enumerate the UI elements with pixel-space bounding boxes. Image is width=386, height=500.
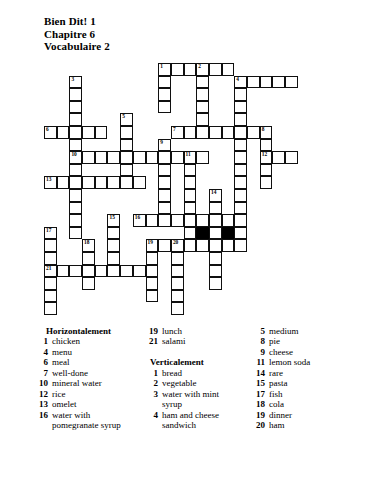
- clue-line: 5medium: [251, 326, 310, 336]
- answer-cell-5-4[interactable]: [95, 126, 108, 139]
- answer-cell-13-13[interactable]: [209, 227, 222, 240]
- answer-cell-9-5[interactable]: [107, 176, 120, 189]
- void-cell: [247, 63, 260, 76]
- clue-number-17: 17: [46, 227, 51, 234]
- answer-cell-14-9[interactable]: [158, 239, 171, 252]
- answer-cell-14-12[interactable]: [196, 239, 209, 252]
- answer-cell-4-2[interactable]: [69, 113, 82, 126]
- answer-cell-6-6[interactable]: [120, 139, 133, 152]
- answer-cell-13-15[interactable]: [234, 227, 247, 240]
- clue-text: fish: [265, 389, 283, 399]
- void-cell: [234, 63, 247, 76]
- answer-cell-9-9[interactable]: [158, 176, 171, 189]
- void-cell: [196, 202, 209, 215]
- answer-cell-6-2[interactable]: [69, 139, 82, 152]
- answer-cell-14-10[interactable]: 20: [171, 239, 184, 252]
- clue-line: 10mineral water: [34, 378, 121, 388]
- void-cell: [260, 214, 273, 227]
- answer-cell-12-11[interactable]: [184, 214, 197, 227]
- answer-cell-2-15[interactable]: [234, 88, 247, 101]
- void-cell: [44, 76, 57, 89]
- void-cell: [209, 88, 222, 101]
- void-cell: [184, 265, 197, 278]
- answer-cell-4-15[interactable]: [234, 113, 247, 126]
- void-cell: [184, 290, 197, 303]
- void-cell: [44, 202, 57, 215]
- void-cell: [146, 189, 159, 202]
- answer-cell-11-9[interactable]: [158, 202, 171, 215]
- clue-text: dinner: [265, 410, 292, 420]
- clue-number-2: 2: [198, 63, 201, 70]
- answer-cell-9-17[interactable]: [260, 176, 273, 189]
- void-cell: [272, 252, 285, 265]
- answer-cell-18-0[interactable]: [44, 290, 57, 303]
- answer-cell-12-14[interactable]: [222, 214, 235, 227]
- void-cell: [133, 164, 146, 177]
- void-cell: [285, 302, 298, 315]
- void-cell: [272, 189, 285, 202]
- void-cell: [107, 189, 120, 202]
- void-cell: [44, 101, 57, 114]
- clue-number-label: 1: [34, 336, 48, 346]
- void-cell: [44, 113, 57, 126]
- void-cell: [82, 88, 95, 101]
- answer-cell-15-0[interactable]: [44, 252, 57, 265]
- answer-cell-6-17[interactable]: [260, 139, 273, 152]
- answer-cell-0-12[interactable]: 2: [196, 63, 209, 76]
- void-cell: [247, 302, 260, 315]
- clue-number-9: 9: [160, 139, 163, 146]
- clue-number-14: 14: [211, 189, 216, 196]
- clue-line: sandwich: [144, 420, 219, 430]
- answer-cell-7-3[interactable]: [82, 151, 95, 164]
- answer-cell-2-9[interactable]: [158, 88, 171, 101]
- answer-cell-0-13[interactable]: [209, 63, 222, 76]
- answer-cell-14-15[interactable]: [234, 239, 247, 252]
- void-cell: [222, 265, 235, 278]
- answer-cell-2-12[interactable]: [196, 88, 209, 101]
- void-cell: [82, 302, 95, 315]
- clue-text: rare: [265, 368, 283, 378]
- answer-cell-9-1[interactable]: [57, 176, 70, 189]
- void-cell: [95, 76, 108, 89]
- void-cell: [209, 164, 222, 177]
- clue-number-4: 4: [236, 76, 239, 83]
- answer-cell-16-0[interactable]: 21: [44, 265, 57, 278]
- answer-cell-14-11[interactable]: [184, 239, 197, 252]
- void-cell: [272, 126, 285, 139]
- void-cell: [120, 63, 133, 76]
- clue-line: 8pie: [251, 336, 310, 346]
- answer-cell-5-14[interactable]: [222, 126, 235, 139]
- void-cell: [247, 202, 260, 215]
- void-cell: [209, 151, 222, 164]
- answer-cell-7-18[interactable]: [272, 151, 285, 164]
- answer-cell-5-2[interactable]: [69, 126, 82, 139]
- answer-cell-1-17[interactable]: [260, 76, 273, 89]
- answer-cell-0-11[interactable]: [184, 63, 197, 76]
- void-cell: [57, 151, 70, 164]
- void-cell: [57, 290, 70, 303]
- void-cell: [82, 76, 95, 89]
- answer-cell-7-4[interactable]: [95, 151, 108, 164]
- clue-text: pie: [265, 336, 280, 346]
- clue-number-21: 21: [46, 265, 51, 272]
- answer-cell-4-12[interactable]: [196, 113, 209, 126]
- void-cell: [133, 227, 146, 240]
- answer-cell-12-12[interactable]: [196, 214, 209, 227]
- clue-text: chicken: [48, 336, 80, 346]
- void-cell: [209, 139, 222, 152]
- answer-cell-16-5[interactable]: [107, 265, 120, 278]
- answer-cell-1-18[interactable]: [272, 76, 285, 89]
- answer-cell-15-10[interactable]: [171, 252, 184, 265]
- void-cell: [133, 202, 146, 215]
- void-cell: [133, 189, 146, 202]
- answer-cell-7-19[interactable]: [285, 151, 298, 164]
- void-cell: [95, 63, 108, 76]
- void-cell: [260, 113, 273, 126]
- answer-cell-9-11[interactable]: [184, 176, 197, 189]
- clue-section-header: Verticalement: [144, 357, 219, 367]
- clue-line: 4menu: [34, 347, 121, 357]
- void-cell: [184, 113, 197, 126]
- answer-cell-7-7[interactable]: [133, 151, 146, 164]
- void-cell: [57, 139, 70, 152]
- answer-cell-1-2[interactable]: 3: [69, 76, 82, 89]
- answer-cell-12-7[interactable]: 16: [133, 214, 146, 227]
- void-cell: [285, 265, 298, 278]
- void-cell: [247, 101, 260, 114]
- answer-cell-12-15[interactable]: [234, 214, 247, 227]
- clue-number-12: 12: [262, 151, 267, 158]
- answer-cell-7-11[interactable]: 11: [184, 151, 197, 164]
- answer-cell-8-9[interactable]: [158, 164, 171, 177]
- answer-cell-16-1[interactable]: [57, 265, 70, 278]
- answer-cell-7-5[interactable]: [107, 151, 120, 164]
- void-cell: [146, 302, 159, 315]
- void-cell: [171, 113, 184, 126]
- void-cell: [272, 214, 285, 227]
- void-cell: [222, 88, 235, 101]
- clue-text: mineral water: [48, 378, 102, 388]
- void-cell: [285, 202, 298, 215]
- clue-line: 18cola: [251, 399, 310, 409]
- clue-number-label: 6: [34, 357, 48, 367]
- answer-cell-5-3[interactable]: [82, 126, 95, 139]
- answer-cell-1-12[interactable]: [196, 76, 209, 89]
- answer-cell-16-2[interactable]: [69, 265, 82, 278]
- answer-cell-14-8[interactable]: 19: [146, 239, 159, 252]
- void-cell: [209, 113, 222, 126]
- void-cell: [158, 252, 171, 265]
- answer-cell-16-4[interactable]: [95, 265, 108, 278]
- void-cell: [222, 139, 235, 152]
- void-cell: [171, 202, 184, 215]
- void-cell: [158, 277, 171, 290]
- answer-cell-16-3[interactable]: [82, 265, 95, 278]
- answer-cell-1-9[interactable]: [158, 76, 171, 89]
- answer-cell-8-11[interactable]: [184, 164, 197, 177]
- void-cell: [120, 227, 133, 240]
- answer-cell-5-1[interactable]: [57, 126, 70, 139]
- answer-cell-9-3[interactable]: [82, 176, 95, 189]
- answer-cell-10-13[interactable]: 14: [209, 189, 222, 202]
- void-cell: [184, 101, 197, 114]
- void-cell: [158, 290, 171, 303]
- answer-cell-16-13[interactable]: [209, 265, 222, 278]
- void-cell: [69, 302, 82, 315]
- answer-cell-7-17[interactable]: 12: [260, 151, 273, 164]
- answer-cell-5-15[interactable]: [234, 126, 247, 139]
- answer-cell-19-0[interactable]: [44, 302, 57, 315]
- clue-text: omelet: [48, 399, 77, 409]
- void-cell: [272, 290, 285, 303]
- answer-cell-5-12[interactable]: [196, 126, 209, 139]
- answer-cell-8-17[interactable]: [260, 164, 273, 177]
- answer-cell-11-13[interactable]: [209, 202, 222, 215]
- crossword-grid: 123456789101112131415161718192021: [44, 63, 298, 315]
- void-cell: [272, 265, 285, 278]
- void-cell: [133, 139, 146, 152]
- answer-cell-14-5[interactable]: [107, 239, 120, 252]
- void-cell: [209, 302, 222, 315]
- answer-cell-0-9[interactable]: 1: [158, 63, 171, 76]
- answer-cell-7-2[interactable]: 10: [69, 151, 82, 164]
- answer-cell-7-15[interactable]: [234, 151, 247, 164]
- void-cell: [285, 164, 298, 177]
- answer-cell-6-15[interactable]: [234, 139, 247, 152]
- void-cell: [146, 126, 159, 139]
- answer-cell-3-15[interactable]: [234, 101, 247, 114]
- answer-cell-5-6[interactable]: [120, 126, 133, 139]
- void-cell: [196, 252, 209, 265]
- void-cell: [133, 277, 146, 290]
- clue-text: pomegranate syrup: [48, 420, 121, 430]
- answer-cell-17-3[interactable]: [82, 277, 95, 290]
- answer-cell-7-12[interactable]: [196, 151, 209, 164]
- answer-cell-5-13[interactable]: [209, 126, 222, 139]
- void-cell: [171, 76, 184, 89]
- answer-cell-13-5[interactable]: [107, 227, 120, 240]
- answer-cell-9-6[interactable]: [120, 176, 133, 189]
- clue-number-label: 14: [251, 368, 265, 378]
- answer-cell-9-2[interactable]: [69, 176, 82, 189]
- clue-number-18: 18: [84, 239, 89, 246]
- clue-text: lunch: [158, 326, 182, 336]
- void-cell: [184, 88, 197, 101]
- void-cell: [146, 202, 159, 215]
- void-cell: [272, 139, 285, 152]
- answer-cell-14-0[interactable]: [44, 239, 57, 252]
- answer-cell-11-2[interactable]: [69, 202, 82, 215]
- answer-cell-17-10[interactable]: [171, 277, 184, 290]
- answer-cell-12-10[interactable]: [171, 214, 184, 227]
- answer-cell-14-3[interactable]: 18: [82, 239, 95, 252]
- answer-cell-12-2[interactable]: [69, 214, 82, 227]
- void-cell: [95, 139, 108, 152]
- answer-cell-7-6[interactable]: [120, 151, 133, 164]
- answer-cell-13-0[interactable]: 17: [44, 227, 57, 240]
- answer-cell-9-15[interactable]: [234, 176, 247, 189]
- void-cell: [234, 290, 247, 303]
- answer-cell-7-9[interactable]: [158, 151, 171, 164]
- void-cell: [120, 302, 133, 315]
- void-cell: [69, 277, 82, 290]
- void-cell: [133, 101, 146, 114]
- void-cell: [247, 214, 260, 227]
- clue-line: 13omelet: [34, 399, 121, 409]
- black-cell-13-12: [196, 227, 209, 240]
- answer-cell-3-12[interactable]: [196, 101, 209, 114]
- answer-cell-3-9[interactable]: [158, 101, 171, 114]
- answer-cell-6-9[interactable]: 9: [158, 139, 171, 152]
- answer-cell-9-7[interactable]: [133, 176, 146, 189]
- clue-number-19: 19: [148, 239, 153, 246]
- void-cell: [146, 101, 159, 114]
- title-line-1: Bien Dit! 1: [44, 15, 110, 28]
- void-cell: [285, 113, 298, 126]
- void-cell: [107, 63, 120, 76]
- answer-cell-16-8[interactable]: [146, 265, 159, 278]
- clue-number-16: 16: [135, 214, 140, 221]
- void-cell: [234, 302, 247, 315]
- answer-cell-14-13[interactable]: [209, 239, 222, 252]
- answer-cell-12-9[interactable]: [158, 214, 171, 227]
- void-cell: [120, 290, 133, 303]
- answer-cell-5-11[interactable]: [184, 126, 197, 139]
- void-cell: [57, 227, 70, 240]
- answer-cell-15-3[interactable]: [82, 252, 95, 265]
- clue-number-label: 1: [144, 368, 158, 378]
- answer-cell-8-15[interactable]: [234, 164, 247, 177]
- void-cell: [57, 88, 70, 101]
- void-cell: [171, 139, 184, 152]
- answer-cell-13-2[interactable]: [69, 227, 82, 240]
- clue-number-label: 19: [144, 326, 158, 336]
- void-cell: [107, 139, 120, 152]
- title-line-3: Vocabulaire 2: [44, 40, 110, 53]
- clues-column-across: Horizontalement1chicken4menu6meal7well-d…: [34, 326, 121, 430]
- answer-cell-10-2[interactable]: [69, 189, 82, 202]
- answer-cell-12-8[interactable]: [146, 214, 159, 227]
- clue-text: water with mint: [158, 389, 219, 399]
- void-cell: [133, 302, 146, 315]
- void-cell: [285, 252, 298, 265]
- answer-cell-15-5[interactable]: [107, 252, 120, 265]
- clue-number-label: [144, 399, 158, 409]
- void-cell: [222, 302, 235, 315]
- answer-cell-16-6[interactable]: [120, 265, 133, 278]
- clue-number-label: 16: [34, 410, 48, 420]
- clue-line: 11lemon soda: [251, 357, 310, 367]
- answer-cell-18-8[interactable]: [146, 290, 159, 303]
- void-cell: [285, 277, 298, 290]
- void-cell: [120, 277, 133, 290]
- crossword-worksheet-page: { "game": "crossword", "title_lines": ["…: [0, 0, 386, 500]
- void-cell: [260, 63, 273, 76]
- answer-cell-15-8[interactable]: [146, 252, 159, 265]
- void-cell: [82, 214, 95, 227]
- answer-cell-0-10[interactable]: [171, 63, 184, 76]
- answer-cell-18-10[interactable]: [171, 290, 184, 303]
- void-cell: [120, 101, 133, 114]
- void-cell: [209, 101, 222, 114]
- answer-cell-1-19[interactable]: [285, 76, 298, 89]
- clue-number-label: [144, 420, 158, 430]
- answer-cell-2-2[interactable]: [69, 88, 82, 101]
- answer-cell-12-5[interactable]: 15: [107, 214, 120, 227]
- void-cell: [133, 239, 146, 252]
- void-cell: [57, 214, 70, 227]
- answer-cell-10-11[interactable]: [184, 189, 197, 202]
- answer-cell-16-7[interactable]: [133, 265, 146, 278]
- answer-cell-17-13[interactable]: [209, 277, 222, 290]
- clue-number-label: 3: [144, 389, 158, 399]
- void-cell: [260, 265, 273, 278]
- void-cell: [69, 63, 82, 76]
- answer-cell-5-0[interactable]: 6: [44, 126, 57, 139]
- answer-cell-5-10[interactable]: 7: [171, 126, 184, 139]
- void-cell: [107, 76, 120, 89]
- answer-cell-1-15[interactable]: 4: [234, 76, 247, 89]
- answer-cell-10-9[interactable]: [158, 189, 171, 202]
- answer-cell-7-8[interactable]: [146, 151, 159, 164]
- void-cell: [260, 101, 273, 114]
- black-cell-13-14: [222, 227, 235, 240]
- void-cell: [234, 265, 247, 278]
- clue-number-7: 7: [173, 126, 176, 133]
- answer-cell-16-10[interactable]: [171, 265, 184, 278]
- void-cell: [146, 88, 159, 101]
- void-cell: [184, 252, 197, 265]
- answer-cell-9-0[interactable]: 13: [44, 176, 57, 189]
- void-cell: [222, 101, 235, 114]
- void-cell: [120, 202, 133, 215]
- clue-number-13: 13: [46, 176, 51, 183]
- answer-cell-5-16[interactable]: [247, 126, 260, 139]
- clue-spacer: [144, 347, 219, 357]
- answer-cell-14-14[interactable]: [222, 239, 235, 252]
- void-cell: [133, 113, 146, 126]
- answer-cell-1-16[interactable]: [247, 76, 260, 89]
- void-cell: [222, 202, 235, 215]
- answer-cell-11-15[interactable]: [234, 202, 247, 215]
- answer-cell-9-4[interactable]: [95, 176, 108, 189]
- answer-cell-17-8[interactable]: [146, 277, 159, 290]
- void-cell: [285, 63, 298, 76]
- answer-cell-17-0[interactable]: [44, 277, 57, 290]
- answer-cell-13-11[interactable]: [184, 227, 197, 240]
- answer-cell-15-13[interactable]: [209, 252, 222, 265]
- answer-cell-0-14[interactable]: [222, 63, 235, 76]
- answer-cell-4-6[interactable]: 5: [120, 113, 133, 126]
- answer-cell-8-2[interactable]: [69, 164, 82, 177]
- answer-cell-11-11[interactable]: [184, 202, 197, 215]
- void-cell: [69, 290, 82, 303]
- void-cell: [82, 113, 95, 126]
- void-cell: [57, 202, 70, 215]
- answer-cell-10-15[interactable]: [234, 189, 247, 202]
- clue-number-label: 7: [34, 368, 48, 378]
- answer-cell-3-2[interactable]: [69, 101, 82, 114]
- answer-cell-7-10[interactable]: [171, 151, 184, 164]
- answer-cell-19-10[interactable]: [171, 302, 184, 315]
- answer-cell-8-6[interactable]: [120, 164, 133, 177]
- answer-cell-5-17[interactable]: 8: [260, 126, 273, 139]
- void-cell: [272, 302, 285, 315]
- answer-cell-12-13[interactable]: [209, 214, 222, 227]
